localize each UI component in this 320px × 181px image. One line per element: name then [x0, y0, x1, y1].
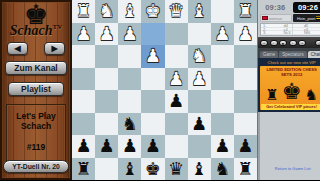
- square-f8[interactable]: ♝: [118, 158, 141, 181]
- white-knight: ♞: [191, 47, 207, 65]
- game-panel: 09:36 09:26 wentao Hein_poet 1.d4d52.c4c…: [257, 0, 320, 180]
- square-d6[interactable]: [165, 113, 188, 136]
- game-toolbar: «‹■›»↺: [258, 37, 320, 48]
- white-player: wentao: [260, 14, 292, 22]
- square-g1[interactable]: ♞: [95, 0, 118, 23]
- ad-knight-icon: ♞: [305, 88, 318, 103]
- white-move: e3: [281, 35, 301, 36]
- square-a6[interactable]: [234, 113, 257, 136]
- episode-number: #119: [7, 142, 65, 152]
- square-g7[interactable]: ♟: [95, 135, 118, 158]
- square-a5[interactable]: [234, 90, 257, 113]
- black-player: Hein_poet: [293, 14, 320, 22]
- square-a4[interactable]: [234, 68, 257, 91]
- black-clock: 09:26: [293, 2, 320, 13]
- white-player-name: wentao: [269, 16, 282, 21]
- white-pawn: ♟: [145, 47, 161, 65]
- white-pawn: ♟: [99, 25, 115, 43]
- chess-board: ♜♞♝♚♛♝♜♟♟♟♟♟♟♞♟♟♟♞♟♟♟♟♟♟♟♜♝♚♛♝♞♜: [72, 0, 257, 180]
- chess-sets-ad[interactable]: LIMITED EDITION CHESS SETS 2012 ♜♚♞ Get …: [260, 66, 320, 110]
- square-d8[interactable]: ♛: [165, 158, 188, 181]
- logo-text: SchachTV: [2, 23, 70, 39]
- vip-promo-link[interactable]: Check out our new site VIP: [260, 59, 320, 66]
- white-king: ♚: [145, 2, 161, 20]
- last-move-icon[interactable]: »: [298, 40, 306, 46]
- square-f2[interactable]: ♟: [118, 23, 141, 46]
- square-f3[interactable]: [118, 45, 141, 68]
- square-e2[interactable]: [141, 23, 164, 46]
- black-rook: ♜: [75, 160, 91, 178]
- germany-flag-icon: [316, 16, 320, 20]
- return-to-game-list-link[interactable]: Return to Game List: [260, 166, 320, 171]
- square-d2[interactable]: [165, 23, 188, 46]
- yt-duell-button[interactable]: YT-Duell Nr. 20: [3, 160, 69, 173]
- square-e5[interactable]: [141, 90, 164, 113]
- square-f4[interactable]: [118, 68, 141, 91]
- black-player-name: Hein_poet: [297, 16, 315, 21]
- ad-title: LIMITED EDITION CHESS SETS 2012: [261, 67, 320, 77]
- square-g2[interactable]: ♟: [95, 23, 118, 46]
- square-h3[interactable]: [72, 45, 95, 68]
- white-pawn: ♟: [214, 25, 230, 43]
- square-b4[interactable]: [211, 68, 234, 91]
- episode-info: Let's Play Schach #119: [6, 104, 66, 162]
- ad-cta: Get Celebrated VIP pieces!: [261, 104, 320, 110]
- square-h8[interactable]: ♜: [72, 158, 95, 181]
- ad-chess-pieces: ♜♚♞: [261, 77, 320, 103]
- black-bishop: ♝: [191, 160, 207, 178]
- square-b6[interactable]: [211, 113, 234, 136]
- white-pawn: ♟: [168, 70, 184, 88]
- square-e8[interactable]: ♚: [141, 158, 164, 181]
- square-h4[interactable]: [72, 68, 95, 91]
- square-h5[interactable]: [72, 90, 95, 113]
- square-e1[interactable]: ♚: [141, 0, 164, 23]
- move-number: 4.: [261, 35, 281, 36]
- chat-area: Return to Game List: [258, 112, 320, 180]
- black-queen: ♛: [168, 160, 184, 178]
- square-c5[interactable]: [188, 90, 211, 113]
- tab-game[interactable]: Game: [260, 51, 278, 58]
- next-move-icon[interactable]: ›: [289, 40, 297, 46]
- black-king: ♚: [145, 160, 161, 178]
- black-move: Nf6: [302, 31, 320, 34]
- square-b2[interactable]: ♟: [211, 23, 234, 46]
- square-g4[interactable]: [95, 68, 118, 91]
- square-e3[interactable]: ♟: [141, 45, 164, 68]
- stop-icon[interactable]: ■: [279, 40, 287, 46]
- square-a3[interactable]: [234, 45, 257, 68]
- first-move-icon[interactable]: «: [260, 40, 268, 46]
- square-c3[interactable]: ♞: [188, 45, 211, 68]
- black-knight: ♞: [214, 160, 230, 178]
- square-g3[interactable]: [95, 45, 118, 68]
- black-pawn: ♟: [145, 137, 161, 155]
- ad-rook-icon: ♜: [265, 88, 278, 103]
- square-c1[interactable]: ♝: [188, 0, 211, 23]
- white-queen: ♛: [168, 2, 184, 20]
- prev-move-icon[interactable]: ‹: [270, 40, 278, 46]
- episode-title-line1: Let's Play: [7, 111, 65, 121]
- square-b1[interactable]: [211, 0, 234, 23]
- move-list: 1.d4d52.c4c63.Nc3Nf64.e3: [260, 23, 320, 36]
- playlist-button[interactable]: Playlist: [8, 82, 64, 96]
- black-bishop: ♝: [122, 160, 138, 178]
- black-pawn: ♟: [191, 115, 207, 133]
- zum-kanal-button[interactable]: Zum Kanal: [5, 61, 67, 75]
- white-pawn: ♟: [75, 25, 91, 43]
- white-clock: 09:36: [260, 3, 291, 12]
- square-a1[interactable]: ♜: [234, 0, 257, 23]
- logo-superscript: TV: [53, 23, 63, 31]
- flip-board-icon[interactable]: ↺: [315, 40, 320, 46]
- square-h7[interactable]: ♟: [72, 135, 95, 158]
- episode-title-line2: Schach: [7, 121, 65, 131]
- square-b7[interactable]: ♟: [211, 135, 234, 158]
- square-c7[interactable]: [188, 135, 211, 158]
- white-pawn: ♟: [122, 25, 138, 43]
- ad-king-icon: ♚: [282, 81, 302, 103]
- white-knight: ♞: [99, 2, 115, 20]
- square-h2[interactable]: ♟: [72, 23, 95, 46]
- square-b3[interactable]: [211, 45, 234, 68]
- channel-logo: ♚ SchachTV: [2, 3, 70, 39]
- square-e4[interactable]: [141, 68, 164, 91]
- white-rook: ♜: [75, 2, 91, 20]
- square-h1[interactable]: ♜: [72, 0, 95, 23]
- square-c4[interactable]: ♟: [188, 68, 211, 91]
- square-d5[interactable]: ♟: [165, 90, 188, 113]
- player-names: wentao Hein_poet: [260, 14, 320, 22]
- panel-tabs: GameSpectatorsChat: [258, 48, 320, 58]
- square-c2[interactable]: [188, 23, 211, 46]
- square-f6[interactable]: ♞: [118, 113, 141, 136]
- square-e6[interactable]: [141, 113, 164, 136]
- square-c6[interactable]: ♟: [188, 113, 211, 136]
- black-pawn: ♟: [99, 137, 115, 155]
- square-g5[interactable]: [95, 90, 118, 113]
- square-g6[interactable]: [95, 113, 118, 136]
- black-knight: ♞: [122, 115, 138, 133]
- next-arrow-button[interactable]: ▶: [44, 42, 65, 55]
- square-b5[interactable]: [211, 90, 234, 113]
- square-f1[interactable]: ♝: [118, 0, 141, 23]
- prev-arrow-button[interactable]: ◀: [7, 42, 28, 55]
- square-d3[interactable]: [165, 45, 188, 68]
- white-rook: ♜: [237, 2, 253, 20]
- sidebar: ♚ SchachTV ◀ ▶ Zum Kanal Playlist Let's …: [0, 0, 72, 180]
- black-pawn: ♟: [168, 92, 184, 110]
- square-d4[interactable]: ♟: [165, 68, 188, 91]
- clocks: 09:36 09:26: [260, 2, 320, 13]
- square-d1[interactable]: ♛: [165, 0, 188, 23]
- square-c8[interactable]: ♝: [188, 158, 211, 181]
- video-frame: ♚ SchachTV ◀ ▶ Zum Kanal Playlist Let's …: [0, 0, 320, 180]
- white-pawn: ♟: [191, 70, 207, 88]
- annotation-nav: ◀ ▶: [2, 42, 70, 55]
- austria-flag-icon: [262, 16, 268, 20]
- black-pawn: ♟: [75, 137, 91, 155]
- square-e7[interactable]: ♟: [141, 135, 164, 158]
- black-pawn: ♟: [237, 137, 253, 155]
- black-pawn: ♟: [122, 137, 138, 155]
- square-h6[interactable]: [72, 113, 95, 136]
- white-bishop: ♝: [191, 2, 207, 20]
- move-row[interactable]: 4.e3: [261, 35, 320, 36]
- white-bishop: ♝: [122, 2, 138, 20]
- square-a7[interactable]: ♟: [234, 135, 257, 158]
- square-d7[interactable]: [165, 135, 188, 158]
- square-f5[interactable]: [118, 90, 141, 113]
- black-rook: ♜: [237, 160, 253, 178]
- tab-chat[interactable]: Chat: [308, 51, 320, 58]
- white-pawn: ♟: [237, 25, 253, 43]
- tab-spectators[interactable]: Spectators: [279, 51, 307, 58]
- square-a2[interactable]: ♟: [234, 23, 257, 46]
- square-g8[interactable]: [95, 158, 118, 181]
- black-pawn: ♟: [214, 137, 230, 155]
- square-b8[interactable]: ♞: [211, 158, 234, 181]
- promo-section: Check out our new site VIP LIMITED EDITI…: [258, 58, 320, 112]
- square-a8[interactable]: ♜: [234, 158, 257, 181]
- square-f7[interactable]: ♟: [118, 135, 141, 158]
- black-move: [302, 35, 320, 36]
